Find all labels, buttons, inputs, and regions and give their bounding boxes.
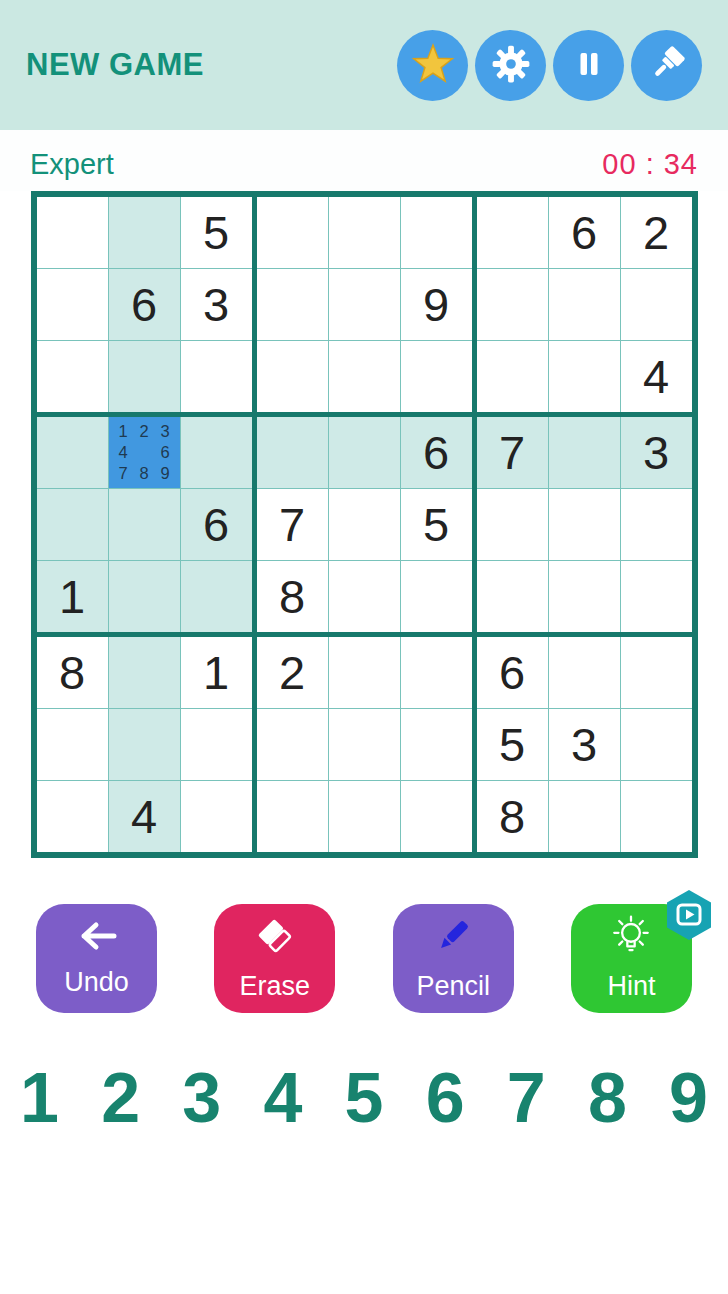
numpad-7[interactable]: 7 <box>507 1053 546 1144</box>
cell-r2c8[interactable] <box>549 269 620 340</box>
pause-button[interactable] <box>553 30 624 101</box>
numpad-6[interactable]: 6 <box>426 1053 465 1144</box>
cell-r1c7[interactable] <box>477 197 548 268</box>
cell-r8c7[interactable]: 5 <box>477 709 548 780</box>
box-5: 6758 <box>257 417 472 632</box>
theme-button[interactable] <box>631 30 702 101</box>
cell-r7c9[interactable] <box>621 637 692 708</box>
page-title: NEW GAME <box>26 47 204 83</box>
gear-icon <box>490 43 532 88</box>
top-bar: NEW GAME <box>0 0 728 130</box>
cell-r9c7[interactable]: 8 <box>477 781 548 852</box>
lightbulb-icon <box>608 915 654 964</box>
numpad-5[interactable]: 5 <box>345 1053 384 1144</box>
cell-r6c5[interactable] <box>329 561 400 632</box>
numpad-3[interactable]: 3 <box>182 1053 221 1144</box>
cell-r4c6[interactable]: 6 <box>401 417 472 488</box>
cell-r9c2[interactable]: 4 <box>109 781 180 852</box>
pencil-marks: 12346789 <box>113 421 176 484</box>
cell-r2c5[interactable] <box>329 269 400 340</box>
cell-r6c6[interactable] <box>401 561 472 632</box>
box-8: 2 <box>257 637 472 852</box>
cell-r4c9[interactable]: 3 <box>621 417 692 488</box>
cell-r6c4[interactable]: 8 <box>257 561 328 632</box>
cell-r1c1[interactable] <box>37 197 108 268</box>
cell-r5c7[interactable] <box>477 489 548 560</box>
cell-r2c2[interactable]: 6 <box>109 269 180 340</box>
cell-r2c3[interactable]: 3 <box>181 269 252 340</box>
numpad-2[interactable]: 2 <box>101 1053 140 1144</box>
status-row: Expert 00 : 34 <box>0 130 728 191</box>
cell-r5c1[interactable] <box>37 489 108 560</box>
cell-r9c4[interactable] <box>257 781 328 852</box>
cell-r3c7[interactable] <box>477 341 548 412</box>
cell-r8c8[interactable]: 3 <box>549 709 620 780</box>
cell-r8c3[interactable] <box>181 709 252 780</box>
header-icon-row <box>397 30 702 101</box>
cell-r1c5[interactable] <box>329 197 400 268</box>
box-9: 6538 <box>477 637 692 852</box>
cell-r2c9[interactable] <box>621 269 692 340</box>
cell-r5c8[interactable] <box>549 489 620 560</box>
cell-r1c8[interactable]: 6 <box>549 197 620 268</box>
cell-r5c2[interactable] <box>109 489 180 560</box>
cell-r5c4[interactable]: 7 <box>257 489 328 560</box>
box-3: 624 <box>477 197 692 412</box>
box-6: 73 <box>477 417 692 632</box>
cell-r3c6[interactable] <box>401 341 472 412</box>
cell-r2c4[interactable] <box>257 269 328 340</box>
cell-r7c6[interactable] <box>401 637 472 708</box>
achievements-button[interactable] <box>397 30 468 101</box>
cell-r4c4[interactable] <box>257 417 328 488</box>
cell-r3c4[interactable] <box>257 341 328 412</box>
video-ad-badge-icon <box>662 887 716 943</box>
cell-r9c3[interactable] <box>181 781 252 852</box>
cell-r9c5[interactable] <box>329 781 400 852</box>
pencil-button[interactable]: Pencil <box>393 904 514 1013</box>
cell-r6c7[interactable] <box>477 561 548 632</box>
cell-r6c3[interactable] <box>181 561 252 632</box>
cell-r7c1[interactable]: 8 <box>37 637 108 708</box>
eraser-icon <box>254 915 296 964</box>
cell-r7c7[interactable]: 6 <box>477 637 548 708</box>
arrow-left-icon <box>74 919 120 960</box>
cell-r3c9[interactable]: 4 <box>621 341 692 412</box>
erase-label: Erase <box>240 971 311 1002</box>
game-timer: 00 : 34 <box>602 148 698 181</box>
erase-button[interactable]: Erase <box>214 904 335 1013</box>
hint-label: Hint <box>607 971 655 1002</box>
cell-r9c9[interactable] <box>621 781 692 852</box>
cell-r4c7[interactable]: 7 <box>477 417 548 488</box>
cell-r5c3[interactable]: 6 <box>181 489 252 560</box>
cell-r5c6[interactable]: 5 <box>401 489 472 560</box>
cell-r4c2[interactable]: 12346789 <box>109 417 180 488</box>
box-2: 9 <box>257 197 472 412</box>
hint-button[interactable]: Hint <box>571 904 692 1013</box>
numpad-1[interactable]: 1 <box>20 1053 59 1144</box>
cell-r6c9[interactable] <box>621 561 692 632</box>
difficulty-label: Expert <box>30 148 114 181</box>
cell-r7c4[interactable]: 2 <box>257 637 328 708</box>
cell-r3c2[interactable] <box>109 341 180 412</box>
cell-r1c9[interactable]: 2 <box>621 197 692 268</box>
cell-r5c9[interactable] <box>621 489 692 560</box>
pencil-label: Pencil <box>416 971 490 1002</box>
number-pad: 123456789 <box>0 1053 728 1144</box>
undo-button[interactable]: Undo <box>36 904 157 1013</box>
cell-r7c5[interactable] <box>329 637 400 708</box>
cell-r8c6[interactable] <box>401 709 472 780</box>
cell-r9c1[interactable] <box>37 781 108 852</box>
toolbar: Undo Erase Pencil <box>0 904 728 1013</box>
settings-button[interactable] <box>475 30 546 101</box>
cell-r3c5[interactable] <box>329 341 400 412</box>
pencil-icon <box>432 915 474 964</box>
cell-r3c8[interactable] <box>549 341 620 412</box>
cell-r7c2[interactable] <box>109 637 180 708</box>
cell-r4c5[interactable] <box>329 417 400 488</box>
cell-r7c3[interactable]: 1 <box>181 637 252 708</box>
cell-r6c1[interactable]: 1 <box>37 561 108 632</box>
cell-r5c5[interactable] <box>329 489 400 560</box>
cell-r4c3[interactable] <box>181 417 252 488</box>
cell-r1c2[interactable] <box>109 197 180 268</box>
cell-r1c4[interactable] <box>257 197 328 268</box>
cell-r4c8[interactable] <box>549 417 620 488</box>
cell-r2c1[interactable] <box>37 269 108 340</box>
cell-r8c2[interactable] <box>109 709 180 780</box>
cell-r8c9[interactable] <box>621 709 692 780</box>
cell-r8c4[interactable] <box>257 709 328 780</box>
numpad-9[interactable]: 9 <box>669 1053 708 1144</box>
numpad-4[interactable]: 4 <box>263 1053 302 1144</box>
star-icon <box>412 43 454 88</box>
box-7: 814 <box>37 637 252 852</box>
cell-r9c6[interactable] <box>401 781 472 852</box>
cell-r1c6[interactable] <box>401 197 472 268</box>
cell-r6c8[interactable] <box>549 561 620 632</box>
cell-r3c1[interactable] <box>37 341 108 412</box>
brush-icon <box>646 43 688 88</box>
cell-r3c3[interactable] <box>181 341 252 412</box>
cell-r6c2[interactable] <box>109 561 180 632</box>
box-4: 1234678961 <box>37 417 252 632</box>
numpad-8[interactable]: 8 <box>588 1053 627 1144</box>
box-1: 563 <box>37 197 252 412</box>
sudoku-grid: 5639624123467896167587381426538 <box>31 191 698 858</box>
cell-r2c6[interactable]: 9 <box>401 269 472 340</box>
cell-r8c5[interactable] <box>329 709 400 780</box>
cell-r8c1[interactable] <box>37 709 108 780</box>
cell-r4c1[interactable] <box>37 417 108 488</box>
undo-label: Undo <box>64 967 129 998</box>
cell-r2c7[interactable] <box>477 269 548 340</box>
pause-icon <box>569 44 609 87</box>
cell-r1c3[interactable]: 5 <box>181 197 252 268</box>
cell-r9c8[interactable] <box>549 781 620 852</box>
cell-r7c8[interactable] <box>549 637 620 708</box>
